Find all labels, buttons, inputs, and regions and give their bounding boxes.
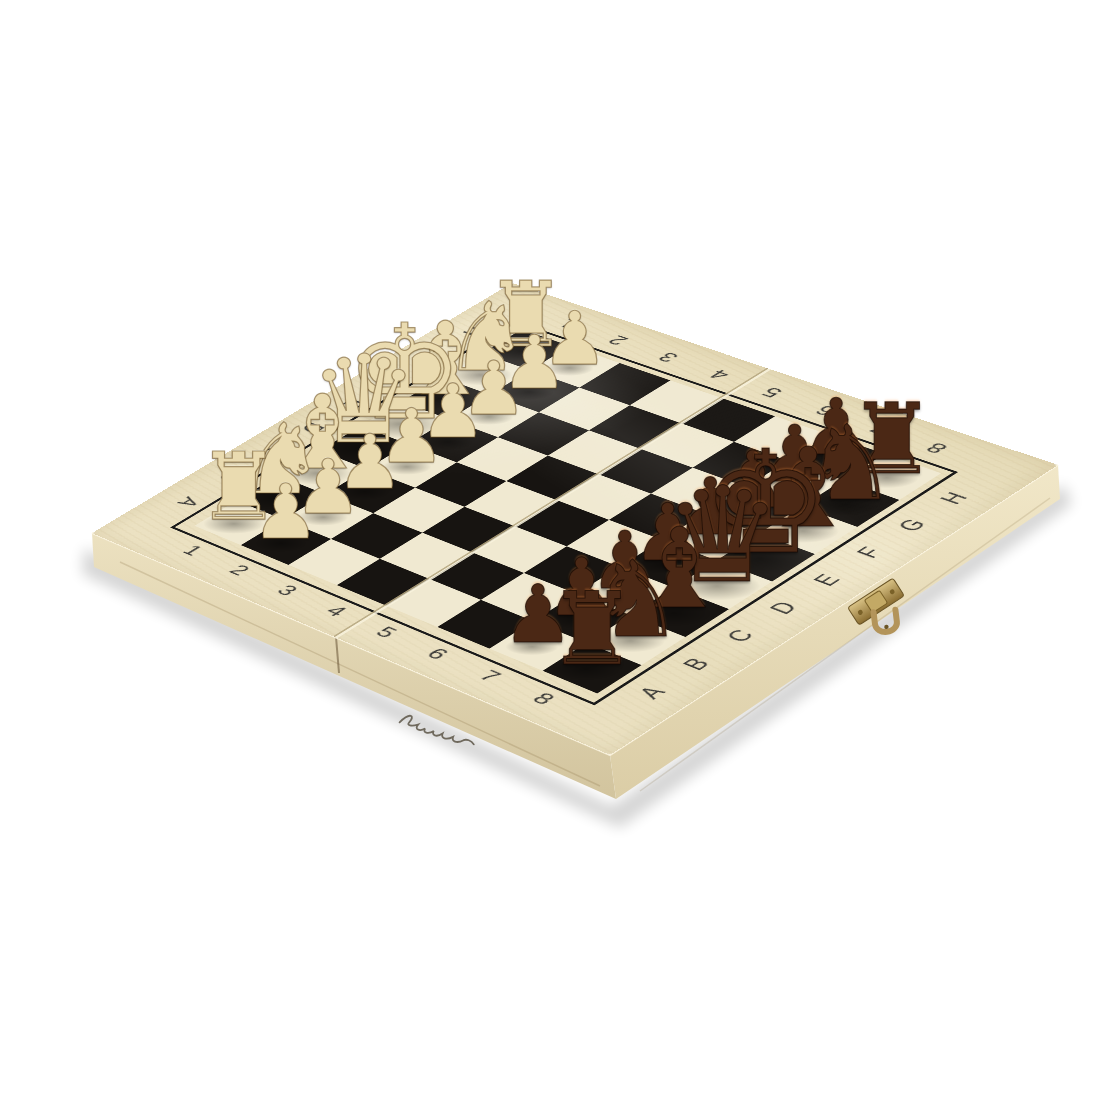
product-photo-scene: 1234567812345678ABCDEFGHABCDEFGH ♜♞♝♛♚♝♞… [0, 0, 1111, 1111]
label-left-6: 6 [421, 645, 454, 663]
label-right-5: 5 [756, 384, 788, 400]
label-right-4: 4 [704, 367, 735, 383]
label-left-3: 3 [271, 582, 303, 599]
label-left-1: 1 [177, 542, 208, 559]
label-right-3: 3 [653, 349, 684, 365]
label-left-8: 8 [527, 689, 561, 708]
label-bottom-H: H [934, 489, 974, 507]
label-left-5: 5 [370, 623, 403, 641]
label-left-2: 2 [224, 562, 256, 579]
piece-white-pawn-A2[interactable]: ♟ [252, 475, 320, 551]
label-left-4: 4 [320, 602, 352, 620]
piece-black-rook-A8[interactable]: ♜ [547, 579, 637, 680]
label-bottom-A: A [632, 683, 671, 702]
label-bottom-G: G [891, 516, 932, 535]
label-left-7: 7 [473, 667, 507, 686]
